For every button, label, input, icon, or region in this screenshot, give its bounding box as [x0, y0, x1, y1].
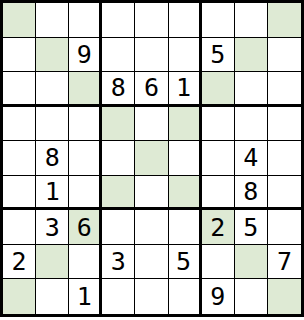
- cell-r4c0[interactable]: [3, 141, 36, 176]
- cell-r4c2[interactable]: [69, 141, 102, 176]
- cell-r6c6[interactable]: 2: [202, 210, 235, 245]
- cell-r3c7[interactable]: [235, 107, 268, 142]
- sudoku-board: 9586184183625235719: [0, 0, 304, 317]
- cell-r8c5[interactable]: [169, 279, 202, 314]
- cell-r7c6[interactable]: [202, 245, 235, 280]
- cell-r2c0[interactable]: [3, 72, 36, 107]
- cell-r0c1[interactable]: [36, 3, 69, 38]
- cell-r1c0[interactable]: [3, 38, 36, 73]
- cell-r5c8[interactable]: [268, 176, 301, 211]
- cell-r1c5[interactable]: [169, 38, 202, 73]
- cell-r1c1[interactable]: [36, 38, 69, 73]
- cell-r8c0[interactable]: [3, 279, 36, 314]
- cell-r2c5[interactable]: 1: [169, 72, 202, 107]
- cell-r3c0[interactable]: [3, 107, 36, 142]
- cell-r0c0[interactable]: [3, 3, 36, 38]
- cell-r2c3[interactable]: 8: [102, 72, 135, 107]
- cell-r8c6[interactable]: 9: [202, 279, 235, 314]
- cell-r1c7[interactable]: [235, 38, 268, 73]
- cell-r0c4[interactable]: [135, 3, 168, 38]
- cell-r0c5[interactable]: [169, 3, 202, 38]
- cell-r7c3[interactable]: 3: [102, 245, 135, 280]
- cell-r0c2[interactable]: [69, 3, 102, 38]
- cell-r2c7[interactable]: [235, 72, 268, 107]
- cell-r6c0[interactable]: [3, 210, 36, 245]
- cell-r5c2[interactable]: [69, 176, 102, 211]
- cell-r5c4[interactable]: [135, 176, 168, 211]
- cell-r6c4[interactable]: [135, 210, 168, 245]
- cell-r7c1[interactable]: [36, 245, 69, 280]
- cell-r0c8[interactable]: [268, 3, 301, 38]
- cell-r2c8[interactable]: [268, 72, 301, 107]
- cell-r7c2[interactable]: [69, 245, 102, 280]
- cell-r7c5[interactable]: 5: [169, 245, 202, 280]
- cell-r0c6[interactable]: [202, 3, 235, 38]
- cell-r2c6[interactable]: [202, 72, 235, 107]
- cell-r5c0[interactable]: [3, 176, 36, 211]
- cell-r5c5[interactable]: [169, 176, 202, 211]
- cell-r4c6[interactable]: [202, 141, 235, 176]
- cell-r1c6[interactable]: 5: [202, 38, 235, 73]
- cell-r3c2[interactable]: [69, 107, 102, 142]
- cell-r1c3[interactable]: [102, 38, 135, 73]
- cell-r3c3[interactable]: [102, 107, 135, 142]
- cell-r3c4[interactable]: [135, 107, 168, 142]
- cell-r5c6[interactable]: [202, 176, 235, 211]
- sudoku-page: 9586184183625235719: [0, 0, 304, 320]
- cell-r6c8[interactable]: [268, 210, 301, 245]
- cell-r5c3[interactable]: [102, 176, 135, 211]
- cell-r7c8[interactable]: 7: [268, 245, 301, 280]
- cell-r2c1[interactable]: [36, 72, 69, 107]
- cell-r7c0[interactable]: 2: [3, 245, 36, 280]
- cell-r6c3[interactable]: [102, 210, 135, 245]
- cell-r6c7[interactable]: 5: [235, 210, 268, 245]
- cell-r4c3[interactable]: [102, 141, 135, 176]
- cell-r2c2[interactable]: [69, 72, 102, 107]
- cell-r8c3[interactable]: [102, 279, 135, 314]
- cell-r4c1[interactable]: 8: [36, 141, 69, 176]
- cell-r6c5[interactable]: [169, 210, 202, 245]
- cell-r1c2[interactable]: 9: [69, 38, 102, 73]
- cell-r7c4[interactable]: [135, 245, 168, 280]
- cell-r8c4[interactable]: [135, 279, 168, 314]
- cell-r4c8[interactable]: [268, 141, 301, 176]
- cell-r4c4[interactable]: [135, 141, 168, 176]
- cell-r4c5[interactable]: [169, 141, 202, 176]
- cell-r3c8[interactable]: [268, 107, 301, 142]
- cell-r7c7[interactable]: [235, 245, 268, 280]
- cell-r0c3[interactable]: [102, 3, 135, 38]
- cell-r6c2[interactable]: 6: [69, 210, 102, 245]
- cell-r5c7[interactable]: 8: [235, 176, 268, 211]
- cell-r1c4[interactable]: [135, 38, 168, 73]
- cell-r1c8[interactable]: [268, 38, 301, 73]
- cell-r2c4[interactable]: 6: [135, 72, 168, 107]
- cell-r8c7[interactable]: [235, 279, 268, 314]
- cell-r4c7[interactable]: 4: [235, 141, 268, 176]
- cell-r5c1[interactable]: 1: [36, 176, 69, 211]
- cell-r8c2[interactable]: 1: [69, 279, 102, 314]
- cell-r8c1[interactable]: [36, 279, 69, 314]
- cell-r3c1[interactable]: [36, 107, 69, 142]
- cell-r6c1[interactable]: 3: [36, 210, 69, 245]
- cell-r0c7[interactable]: [235, 3, 268, 38]
- cell-r8c8[interactable]: [268, 279, 301, 314]
- cell-r3c5[interactable]: [169, 107, 202, 142]
- cell-r3c6[interactable]: [202, 107, 235, 142]
